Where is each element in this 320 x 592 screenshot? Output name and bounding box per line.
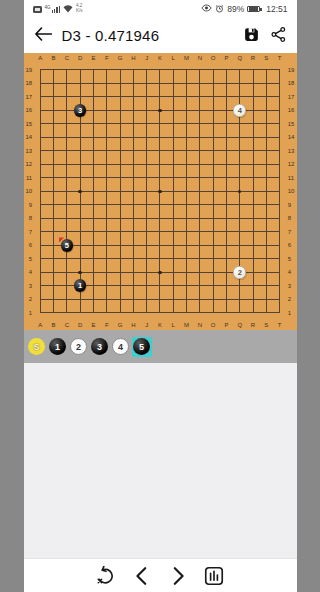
board-intersection[interactable]	[153, 212, 166, 226]
board-intersection[interactable]	[207, 266, 220, 280]
board-intersection[interactable]	[273, 144, 286, 158]
board-intersection[interactable]	[34, 225, 47, 239]
board-intersection[interactable]	[167, 117, 180, 131]
board-intersection[interactable]	[273, 266, 286, 280]
board-intersection[interactable]	[47, 279, 60, 293]
board-intersection[interactable]	[246, 293, 259, 307]
board-intersection[interactable]	[127, 306, 140, 320]
board-intersection[interactable]	[74, 131, 87, 145]
move-item-1[interactable]: 1	[48, 337, 68, 357]
board-intersection[interactable]	[140, 306, 153, 320]
board-intersection[interactable]	[113, 212, 126, 226]
board-intersection[interactable]	[34, 104, 47, 118]
board-intersection[interactable]	[167, 104, 180, 118]
board-intersection[interactable]	[273, 306, 286, 320]
board-intersection[interactable]	[193, 266, 206, 280]
board-intersection[interactable]	[167, 239, 180, 253]
board-intersection[interactable]	[220, 131, 233, 145]
board-intersection[interactable]	[140, 266, 153, 280]
board-intersection[interactable]	[207, 185, 220, 199]
board-intersection[interactable]	[34, 117, 47, 131]
board-intersection[interactable]	[167, 212, 180, 226]
board-intersection[interactable]	[233, 131, 246, 145]
board-intersection[interactable]	[220, 198, 233, 212]
board-intersection[interactable]	[260, 225, 273, 239]
board-intersection[interactable]	[60, 104, 73, 118]
board-intersection[interactable]	[220, 144, 233, 158]
board-intersection[interactable]	[100, 306, 113, 320]
board-intersection[interactable]	[180, 293, 193, 307]
board-intersection[interactable]	[127, 239, 140, 253]
board-intersection[interactable]	[60, 293, 73, 307]
board-intersection[interactable]	[167, 266, 180, 280]
board-intersection[interactable]	[87, 185, 100, 199]
next-move-button[interactable]	[165, 563, 191, 589]
board-intersection[interactable]	[87, 225, 100, 239]
board-intersection[interactable]	[260, 198, 273, 212]
board-intersection[interactable]	[140, 239, 153, 253]
board-intersection[interactable]	[207, 77, 220, 91]
board-intersection[interactable]	[180, 252, 193, 266]
board-intersection[interactable]	[127, 104, 140, 118]
board-intersection[interactable]	[220, 306, 233, 320]
board-intersection[interactable]	[87, 293, 100, 307]
board-intersection[interactable]	[220, 171, 233, 185]
board-intersection[interactable]	[153, 266, 166, 280]
board-intersection[interactable]	[273, 252, 286, 266]
previous-move-button[interactable]	[129, 563, 155, 589]
board-intersection[interactable]	[260, 266, 273, 280]
board-intersection[interactable]	[74, 212, 87, 226]
board-intersection[interactable]	[100, 171, 113, 185]
board-intersection[interactable]	[220, 90, 233, 104]
board-intersection[interactable]	[273, 239, 286, 253]
board-intersection[interactable]	[113, 279, 126, 293]
board-intersection[interactable]	[47, 171, 60, 185]
board-intersection[interactable]	[220, 158, 233, 172]
board-intersection[interactable]	[113, 198, 126, 212]
board-intersection[interactable]	[127, 279, 140, 293]
board-intersection[interactable]	[60, 225, 73, 239]
board-intersection[interactable]	[153, 171, 166, 185]
board-intersection[interactable]	[140, 158, 153, 172]
board-intersection[interactable]	[233, 185, 246, 199]
board-intersection[interactable]	[273, 171, 286, 185]
board-intersection[interactable]	[140, 293, 153, 307]
board-intersection[interactable]	[74, 266, 87, 280]
board-intersection[interactable]	[220, 185, 233, 199]
board-intersection[interactable]: 2	[233, 266, 246, 280]
board-intersection[interactable]	[153, 117, 166, 131]
board-intersection[interactable]	[246, 117, 259, 131]
board-intersection[interactable]	[113, 171, 126, 185]
board-intersection[interactable]	[207, 225, 220, 239]
board-intersection[interactable]	[60, 117, 73, 131]
board-intersection[interactable]	[246, 266, 259, 280]
board-intersection[interactable]	[74, 171, 87, 185]
board-intersection[interactable]	[47, 77, 60, 91]
board-intersection[interactable]	[167, 171, 180, 185]
board-intersection[interactable]	[60, 279, 73, 293]
board-intersection[interactable]	[193, 252, 206, 266]
board-intersection[interactable]	[180, 131, 193, 145]
board-intersection[interactable]	[233, 225, 246, 239]
board-intersection[interactable]	[207, 306, 220, 320]
board-intersection[interactable]	[127, 212, 140, 226]
board-intersection[interactable]	[74, 306, 87, 320]
board-intersection[interactable]	[100, 131, 113, 145]
board-intersection[interactable]	[74, 198, 87, 212]
board-intersection[interactable]	[153, 158, 166, 172]
board-intersection[interactable]	[153, 144, 166, 158]
board-intersection[interactable]	[100, 266, 113, 280]
board-intersection[interactable]	[220, 104, 233, 118]
board-intersection[interactable]	[207, 90, 220, 104]
board-intersection[interactable]	[140, 185, 153, 199]
board-intersection[interactable]	[47, 90, 60, 104]
board-intersection[interactable]	[220, 252, 233, 266]
board-intersection[interactable]	[273, 212, 286, 226]
board-intersection[interactable]	[100, 198, 113, 212]
board-intersection[interactable]	[273, 198, 286, 212]
board-intersection[interactable]	[47, 185, 60, 199]
board-intersection[interactable]	[193, 90, 206, 104]
board-intersection[interactable]	[207, 144, 220, 158]
board-intersection[interactable]	[34, 252, 47, 266]
board-intersection[interactable]	[260, 279, 273, 293]
save-button[interactable]	[243, 26, 260, 46]
board-intersection[interactable]	[60, 63, 73, 77]
board-intersection[interactable]	[34, 171, 47, 185]
board-intersection[interactable]	[60, 252, 73, 266]
board-intersection[interactable]	[233, 171, 246, 185]
board-intersection[interactable]	[60, 77, 73, 91]
board-intersection[interactable]	[233, 158, 246, 172]
board-intersection[interactable]	[100, 212, 113, 226]
board-intersection[interactable]	[47, 104, 60, 118]
board-intersection[interactable]	[34, 198, 47, 212]
board-intersection[interactable]	[100, 104, 113, 118]
board-intersection[interactable]	[233, 144, 246, 158]
move-item-2[interactable]: 2	[69, 337, 89, 357]
board-intersection[interactable]	[273, 293, 286, 307]
board-intersection[interactable]	[207, 104, 220, 118]
board-intersection[interactable]	[167, 63, 180, 77]
board-intersection[interactable]	[34, 131, 47, 145]
board-intersection[interactable]	[127, 198, 140, 212]
board-intersection[interactable]	[153, 104, 166, 118]
board-intersection[interactable]	[34, 279, 47, 293]
board-intersection[interactable]	[87, 171, 100, 185]
board-intersection[interactable]	[140, 117, 153, 131]
board-intersection[interactable]	[47, 225, 60, 239]
board-intersection[interactable]	[260, 252, 273, 266]
board-intersection[interactable]	[260, 90, 273, 104]
board-intersection[interactable]	[87, 306, 100, 320]
board-intersection[interactable]	[273, 104, 286, 118]
board-intersection[interactable]	[233, 279, 246, 293]
board-intersection[interactable]	[34, 63, 47, 77]
board-intersection[interactable]	[87, 279, 100, 293]
board-intersection[interactable]	[60, 212, 73, 226]
board-intersection[interactable]	[74, 252, 87, 266]
board-intersection[interactable]	[246, 63, 259, 77]
board-intersection[interactable]	[220, 239, 233, 253]
board-intersection[interactable]	[273, 225, 286, 239]
board-intersection[interactable]	[34, 185, 47, 199]
board-intersection[interactable]	[60, 198, 73, 212]
board-intersection[interactable]	[74, 225, 87, 239]
board-intersection[interactable]	[47, 239, 60, 253]
board-intersection[interactable]	[113, 77, 126, 91]
board-intersection[interactable]	[74, 239, 87, 253]
board-intersection[interactable]	[113, 117, 126, 131]
board-intersection[interactable]	[220, 63, 233, 77]
board-intersection[interactable]	[246, 77, 259, 91]
board-intersection[interactable]	[100, 77, 113, 91]
board-intersection[interactable]	[87, 77, 100, 91]
board-intersection[interactable]	[47, 131, 60, 145]
board-intersection[interactable]	[153, 225, 166, 239]
board-intersection[interactable]	[207, 117, 220, 131]
board-intersection[interactable]: 1	[74, 279, 87, 293]
board-intersection[interactable]	[87, 266, 100, 280]
board-intersection[interactable]	[167, 77, 180, 91]
board-intersection[interactable]: 3	[74, 104, 87, 118]
board-intersection[interactable]	[60, 131, 73, 145]
board-intersection[interactable]	[34, 293, 47, 307]
board-intersection[interactable]	[273, 63, 286, 77]
board-intersection[interactable]	[273, 279, 286, 293]
board-intersection[interactable]	[100, 252, 113, 266]
board-intersection[interactable]	[246, 104, 259, 118]
board-intersection[interactable]	[47, 266, 60, 280]
board-intersection[interactable]	[153, 90, 166, 104]
board-intersection[interactable]	[273, 90, 286, 104]
board-intersection[interactable]	[100, 144, 113, 158]
board-intersection[interactable]	[74, 293, 87, 307]
board-intersection[interactable]	[87, 131, 100, 145]
board-intersection[interactable]	[260, 212, 273, 226]
board-intersection[interactable]	[233, 293, 246, 307]
board-intersection[interactable]	[193, 306, 206, 320]
board-intersection[interactable]	[87, 158, 100, 172]
board-intersection[interactable]	[180, 144, 193, 158]
board-intersection[interactable]	[140, 198, 153, 212]
board-intersection[interactable]	[74, 90, 87, 104]
board-intersection[interactable]	[260, 293, 273, 307]
board-intersection[interactable]	[100, 225, 113, 239]
board-intersection[interactable]	[180, 158, 193, 172]
board-intersection[interactable]	[74, 158, 87, 172]
board-intersection[interactable]	[140, 90, 153, 104]
board-intersection[interactable]	[153, 63, 166, 77]
board-intersection[interactable]	[260, 185, 273, 199]
board-intersection[interactable]	[100, 185, 113, 199]
board-intersection[interactable]	[34, 90, 47, 104]
board-intersection[interactable]	[246, 198, 259, 212]
board-intersection[interactable]	[113, 185, 126, 199]
board-intersection[interactable]	[193, 212, 206, 226]
move-item-start[interactable]: S	[27, 337, 47, 357]
board-intersection[interactable]	[47, 306, 60, 320]
board-intersection[interactable]	[127, 144, 140, 158]
board-intersection[interactable]	[167, 144, 180, 158]
board-intersection[interactable]	[180, 306, 193, 320]
board-intersection[interactable]	[207, 212, 220, 226]
board-intersection[interactable]	[74, 185, 87, 199]
board-intersection[interactable]	[260, 171, 273, 185]
board-intersection[interactable]	[100, 90, 113, 104]
board-intersection[interactable]	[273, 117, 286, 131]
board-intersection[interactable]	[74, 144, 87, 158]
board-intersection[interactable]	[60, 90, 73, 104]
board-intersection[interactable]	[153, 239, 166, 253]
board-intersection[interactable]	[246, 90, 259, 104]
board-intersection[interactable]	[153, 279, 166, 293]
board-intersection[interactable]	[193, 239, 206, 253]
board-intersection[interactable]	[207, 252, 220, 266]
board-intersection[interactable]	[167, 158, 180, 172]
board-intersection[interactable]	[153, 306, 166, 320]
board-intersection[interactable]	[60, 144, 73, 158]
board-intersection[interactable]	[233, 63, 246, 77]
board-intersection[interactable]	[233, 198, 246, 212]
board-intersection[interactable]	[180, 90, 193, 104]
board-intersection[interactable]	[87, 63, 100, 77]
board-intersection[interactable]	[47, 198, 60, 212]
board-intersection[interactable]	[180, 239, 193, 253]
undo-button[interactable]	[93, 563, 119, 589]
board-intersection[interactable]	[193, 225, 206, 239]
board-intersection[interactable]	[153, 131, 166, 145]
board-intersection[interactable]	[60, 306, 73, 320]
analysis-chart-button[interactable]	[201, 563, 227, 589]
board-intersection[interactable]	[180, 77, 193, 91]
board-intersection[interactable]	[60, 158, 73, 172]
board-intersection[interactable]	[113, 63, 126, 77]
board-intersection[interactable]	[127, 117, 140, 131]
move-item-3[interactable]: 3	[90, 337, 110, 357]
board-intersection[interactable]	[87, 117, 100, 131]
board-intersection[interactable]	[193, 104, 206, 118]
board-intersection[interactable]	[273, 158, 286, 172]
board-intersection[interactable]	[127, 185, 140, 199]
board-intersection[interactable]	[153, 198, 166, 212]
board-intersection[interactable]	[100, 158, 113, 172]
board-intersection[interactable]	[246, 185, 259, 199]
board-intersection[interactable]	[233, 239, 246, 253]
board-intersection[interactable]	[100, 63, 113, 77]
board-intersection[interactable]	[233, 90, 246, 104]
board-intersection[interactable]	[193, 63, 206, 77]
board-intersection[interactable]	[113, 144, 126, 158]
board-intersection[interactable]	[260, 239, 273, 253]
board-intersection[interactable]	[180, 225, 193, 239]
board-intersection[interactable]	[246, 239, 259, 253]
board-intersection[interactable]	[207, 239, 220, 253]
board-intersection[interactable]	[220, 279, 233, 293]
board-intersection[interactable]	[246, 225, 259, 239]
board-intersection[interactable]	[246, 171, 259, 185]
board-intersection[interactable]	[87, 144, 100, 158]
board-intersection[interactable]	[113, 239, 126, 253]
board-intersection[interactable]	[246, 212, 259, 226]
board-intersection[interactable]	[180, 63, 193, 77]
board-intersection[interactable]	[193, 293, 206, 307]
board-intersection[interactable]	[100, 279, 113, 293]
board-intersection[interactable]	[113, 266, 126, 280]
move-item-5[interactable]: 5	[132, 337, 152, 357]
board-intersection[interactable]	[87, 198, 100, 212]
board-intersection[interactable]	[193, 131, 206, 145]
board-intersection[interactable]	[113, 252, 126, 266]
board-intersection[interactable]	[113, 225, 126, 239]
board-intersection[interactable]	[260, 144, 273, 158]
board-intersection[interactable]	[113, 90, 126, 104]
board-intersection[interactable]	[220, 117, 233, 131]
board-intersection[interactable]	[140, 252, 153, 266]
board-intersection[interactable]	[193, 158, 206, 172]
board-intersection[interactable]	[167, 90, 180, 104]
board-intersection[interactable]	[47, 252, 60, 266]
board-intersection[interactable]	[140, 131, 153, 145]
board-intersection[interactable]	[140, 104, 153, 118]
board-intersection[interactable]	[127, 171, 140, 185]
board-intersection[interactable]	[220, 266, 233, 280]
board-intersection[interactable]	[127, 293, 140, 307]
board-intersection[interactable]	[167, 131, 180, 145]
board-intersection[interactable]	[47, 117, 60, 131]
board-intersection[interactable]	[74, 63, 87, 77]
board-intersection[interactable]	[47, 293, 60, 307]
board-intersection[interactable]	[193, 117, 206, 131]
board-intersection[interactable]	[100, 239, 113, 253]
board-intersection[interactable]	[140, 279, 153, 293]
board-intersection[interactable]	[246, 279, 259, 293]
board-intersection[interactable]	[193, 171, 206, 185]
board-intersection[interactable]	[47, 212, 60, 226]
board-intersection[interactable]	[153, 77, 166, 91]
board-intersection[interactable]	[87, 104, 100, 118]
board-intersection[interactable]	[193, 279, 206, 293]
board-intersection[interactable]	[87, 212, 100, 226]
board-intersection[interactable]	[140, 77, 153, 91]
board-intersection[interactable]	[167, 198, 180, 212]
board-intersection[interactable]	[273, 185, 286, 199]
board-intersection[interactable]	[180, 279, 193, 293]
board-intersection[interactable]	[207, 158, 220, 172]
board-intersection[interactable]	[193, 77, 206, 91]
board-intersection[interactable]	[193, 144, 206, 158]
board-intersection[interactable]	[140, 225, 153, 239]
board-intersection[interactable]	[167, 252, 180, 266]
board-intersection[interactable]	[47, 144, 60, 158]
board-intersection[interactable]	[273, 131, 286, 145]
board-intersection[interactable]	[220, 225, 233, 239]
board-intersection[interactable]	[34, 158, 47, 172]
board-intersection[interactable]	[260, 104, 273, 118]
board-intersection[interactable]	[180, 212, 193, 226]
board-intersection[interactable]	[273, 77, 286, 91]
board-intersection[interactable]	[207, 198, 220, 212]
board-intersection[interactable]	[60, 171, 73, 185]
board-intersection[interactable]	[34, 212, 47, 226]
board-intersection[interactable]	[260, 77, 273, 91]
board-intersection[interactable]	[113, 293, 126, 307]
board-intersection[interactable]: 4	[233, 104, 246, 118]
board-intersection[interactable]	[167, 279, 180, 293]
